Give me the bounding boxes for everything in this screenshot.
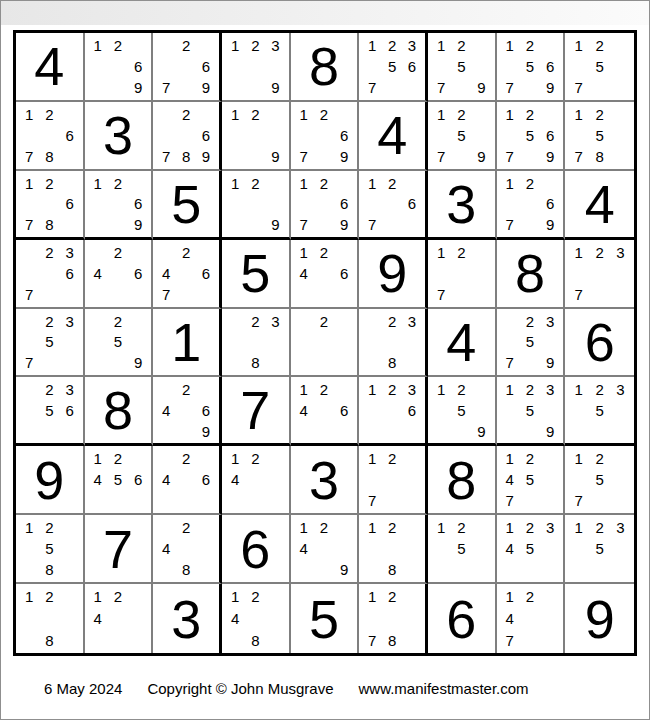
candidate-digit: 7 (362, 490, 382, 511)
candidate-digit: 5 (451, 56, 471, 77)
cell-r5c3[interactable]: 1 (153, 309, 222, 378)
candidate-digit: 2 (382, 517, 402, 538)
cell-r7c8[interactable]: 12457 (497, 446, 566, 515)
cell-r9c5[interactable]: 5 (291, 584, 360, 653)
cell-r5c1[interactable]: 2357 (16, 309, 85, 378)
candidate-digit: 6 (128, 263, 148, 284)
candidate-grid: 124 (222, 446, 289, 513)
candidate-digit: 2 (382, 586, 402, 608)
candidate-grid: 12345 (497, 515, 564, 582)
cell-r4c1[interactable]: 2367 (16, 240, 85, 309)
candidate-digit: 1 (225, 104, 245, 125)
solved-digit: 9 (377, 246, 407, 300)
solved-digit: 9 (585, 592, 615, 646)
candidate-digit: 2 (245, 35, 265, 56)
candidate-grid: 1278 (359, 584, 425, 653)
candidate-digit: 1 (568, 242, 589, 263)
candidate-digit: 8 (382, 559, 402, 580)
cell-r9c3[interactable]: 3 (153, 584, 222, 653)
candidate-digit: 1 (362, 586, 382, 608)
candidate-grid: 1246 (291, 377, 358, 443)
candidate-grid: 1237 (565, 240, 634, 307)
candidate-grid: 2469 (153, 377, 219, 443)
candidate-digit: 9 (334, 146, 354, 167)
candidate-digit: 2 (589, 35, 610, 56)
cell-r9c9[interactable]: 9 (565, 584, 634, 653)
candidate-grid: 1267 (359, 171, 425, 237)
candidate-digit: 4 (156, 400, 176, 421)
candidate-digit: 1 (294, 379, 314, 400)
candidate-digit: 6 (128, 56, 148, 77)
candidate-digit: 7 (500, 214, 520, 235)
candidate-digit: 2 (520, 311, 540, 332)
candidate-digit: 9 (196, 146, 216, 167)
candidate-digit: 5 (451, 400, 471, 421)
cell-r3c1[interactable]: 12678 (16, 171, 85, 240)
candidate-digit: 1 (500, 517, 520, 538)
candidate-digit: 1 (362, 448, 382, 469)
cell-r4c2[interactable]: 246 (85, 240, 154, 309)
cell-r2c8[interactable]: 125679 (497, 102, 566, 171)
cell-r4c3[interactable]: 2467 (153, 240, 222, 309)
candidate-digit: 1 (500, 448, 520, 469)
cell-r4c8[interactable]: 8 (497, 240, 566, 309)
cell-r1c6[interactable]: 123567 (359, 33, 428, 102)
candidate-grid: 2679 (153, 33, 219, 100)
candidate-grid: 1247 (497, 584, 564, 653)
cell-r6c9[interactable]: 1235 (565, 377, 634, 446)
candidate-digit: 1 (294, 242, 314, 263)
candidate-grid: 12457 (497, 446, 564, 513)
candidate-digit: 6 (196, 56, 216, 77)
footer: 6 May 2024 Copyright © John Musgrave www… (44, 680, 529, 697)
cell-r7c7[interactable]: 8 (428, 446, 497, 515)
header-band (1, 1, 649, 25)
cell-r9c2[interactable]: 124 (85, 584, 154, 653)
candidate-digit: 2 (520, 517, 540, 538)
candidate-digit: 1 (294, 173, 314, 194)
candidate-digit: 7 (19, 214, 39, 235)
candidate-digit: 5 (589, 538, 610, 559)
candidate-digit: 2 (39, 311, 59, 332)
candidate-digit: 4 (156, 469, 176, 490)
candidate-grid: 1249 (291, 515, 358, 582)
candidate-digit: 3 (59, 311, 79, 332)
cell-r3c3[interactable]: 5 (153, 171, 222, 240)
candidate-grid: 125679 (497, 102, 564, 169)
candidate-digit: 9 (471, 146, 491, 167)
candidate-digit: 9 (196, 77, 216, 98)
candidate-grid: 246 (85, 240, 152, 307)
candidate-digit: 2 (176, 448, 196, 469)
cell-r5c9[interactable]: 6 (565, 309, 634, 378)
candidate-digit: 5 (589, 469, 610, 490)
candidate-digit: 8 (39, 214, 59, 235)
candidate-digit: 1 (294, 104, 314, 125)
candidate-digit: 2 (245, 448, 265, 469)
candidate-digit: 2 (245, 104, 265, 125)
candidate-digit: 6 (128, 193, 148, 214)
cell-r5c7[interactable]: 4 (428, 309, 497, 378)
cell-r5c8[interactable]: 23579 (497, 309, 566, 378)
candidate-digit: 6 (402, 56, 422, 77)
candidate-digit: 7 (431, 146, 451, 167)
candidate-digit: 2 (39, 379, 59, 400)
candidate-digit: 3 (402, 311, 422, 332)
candidate-digit: 1 (362, 379, 382, 400)
candidate-digit: 4 (500, 469, 520, 490)
cell-r1c7[interactable]: 12579 (428, 33, 497, 102)
candidate-grid: 2357 (16, 309, 83, 376)
candidate-digit: 9 (540, 421, 560, 442)
candidate-digit: 2 (108, 311, 128, 332)
cell-r2c2[interactable]: 3 (85, 102, 154, 171)
solved-digit: 6 (446, 592, 476, 646)
cell-r9c4[interactable]: 1248 (222, 584, 291, 653)
candidate-digit: 2 (520, 586, 540, 608)
cell-r7c6[interactable]: 127 (359, 446, 428, 515)
candidate-digit: 1 (362, 517, 382, 538)
candidate-digit: 3 (59, 242, 79, 263)
candidate-digit: 1 (362, 173, 382, 194)
cell-r8c2[interactable]: 7 (85, 515, 154, 584)
candidate-digit: 3 (402, 35, 422, 56)
candidate-digit: 8 (245, 352, 265, 373)
cell-r9c1[interactable]: 128 (16, 584, 85, 653)
cell-r3c8[interactable]: 12679 (497, 171, 566, 240)
candidate-digit: 1 (225, 448, 245, 469)
candidate-digit: 3 (265, 35, 285, 56)
candidate-grid: 12578 (565, 102, 634, 169)
cell-r7c9[interactable]: 1257 (565, 446, 634, 515)
candidate-digit: 6 (402, 193, 422, 214)
solved-digit: 4 (446, 315, 476, 369)
candidate-digit: 1 (500, 586, 520, 608)
candidate-digit: 6 (540, 193, 560, 214)
cell-r3c5[interactable]: 12679 (291, 171, 360, 240)
candidate-grid: 1246 (291, 240, 358, 307)
candidate-digit: 7 (568, 490, 589, 511)
candidate-digit: 2 (245, 311, 265, 332)
candidate-digit: 4 (225, 608, 245, 630)
candidate-grid: 2 (291, 309, 358, 376)
candidate-digit: 1 (88, 586, 108, 608)
candidate-grid: 1269 (85, 33, 152, 100)
cell-r8c3[interactable]: 248 (153, 515, 222, 584)
cell-r8c4[interactable]: 6 (222, 515, 291, 584)
cell-r2c7[interactable]: 12579 (428, 102, 497, 171)
candidate-digit: 7 (19, 146, 39, 167)
candidate-digit: 9 (334, 559, 354, 580)
candidate-grid: 125 (428, 515, 495, 582)
candidate-digit: 5 (589, 400, 610, 421)
solved-digit: 6 (240, 522, 270, 576)
solved-digit: 6 (585, 315, 615, 369)
footer-copyright: Copyright © John Musgrave (147, 680, 333, 697)
candidate-digit: 3 (610, 379, 631, 400)
candidate-digit: 4 (500, 538, 520, 559)
cell-r8c6[interactable]: 128 (359, 515, 428, 584)
cell-r6c5[interactable]: 1246 (291, 377, 360, 446)
candidate-digit: 7 (568, 284, 589, 305)
solved-digit: 9 (34, 453, 64, 507)
candidate-digit: 9 (334, 214, 354, 235)
candidate-digit: 9 (471, 77, 491, 98)
candidate-digit: 6 (334, 193, 354, 214)
candidate-digit: 3 (540, 517, 560, 538)
solved-digit: 7 (240, 383, 270, 437)
candidate-digit: 2 (451, 104, 471, 125)
candidate-digit: 2 (589, 517, 610, 538)
candidate-digit: 9 (540, 77, 560, 98)
candidate-digit: 7 (568, 146, 589, 167)
cell-r2c1[interactable]: 12678 (16, 102, 85, 171)
candidate-digit: 2 (382, 379, 402, 400)
candidate-digit: 5 (520, 125, 540, 146)
candidate-grid: 128 (16, 584, 83, 653)
candidate-digit: 9 (128, 214, 148, 235)
cell-r6c6[interactable]: 1236 (359, 377, 428, 446)
candidate-digit: 8 (39, 559, 59, 580)
candidate-digit: 2 (176, 242, 196, 263)
cell-r6c3[interactable]: 2469 (153, 377, 222, 446)
candidate-digit: 2 (451, 35, 471, 56)
cell-r6c4[interactable]: 7 (222, 377, 291, 446)
candidate-grid: 2467 (153, 240, 219, 307)
solved-digit: 3 (309, 453, 339, 507)
solved-digit: 8 (103, 383, 133, 437)
candidate-digit: 1 (225, 35, 245, 56)
cell-r2c4[interactable]: 129 (222, 102, 291, 171)
candidate-grid: 12679 (291, 102, 358, 169)
candidate-digit: 2 (520, 448, 540, 469)
candidate-digit: 7 (431, 77, 451, 98)
cell-r2c3[interactable]: 26789 (153, 102, 222, 171)
candidate-grid: 1239 (222, 33, 289, 100)
candidate-grid: 129 (222, 102, 289, 169)
candidate-digit: 7 (294, 146, 314, 167)
candidate-digit: 7 (431, 284, 451, 305)
candidate-digit: 2 (39, 517, 59, 538)
candidate-digit: 2 (451, 379, 471, 400)
candidate-digit: 7 (19, 352, 39, 373)
candidate-digit: 2 (314, 517, 334, 538)
cell-r1c1[interactable]: 4 (16, 33, 85, 102)
cell-r4c9[interactable]: 1237 (565, 240, 634, 309)
candidate-digit: 7 (156, 284, 176, 305)
candidate-digit: 3 (610, 242, 631, 263)
candidate-digit: 8 (245, 629, 265, 651)
candidate-digit: 1 (431, 379, 451, 400)
cell-r7c4[interactable]: 124 (222, 446, 291, 515)
candidate-digit: 2 (39, 586, 59, 608)
cell-r2c5[interactable]: 12679 (291, 102, 360, 171)
candidate-grid: 1257 (565, 446, 634, 513)
candidate-grid: 12579 (428, 33, 495, 100)
candidate-digit: 7 (362, 214, 382, 235)
candidate-digit: 2 (589, 448, 610, 469)
candidate-digit: 7 (19, 284, 39, 305)
candidate-digit: 8 (39, 629, 59, 651)
candidate-grid: 259 (85, 309, 152, 376)
candidate-digit: 6 (540, 125, 560, 146)
candidate-digit: 2 (314, 104, 334, 125)
cell-r1c9[interactable]: 1257 (565, 33, 634, 102)
candidate-digit: 4 (88, 608, 108, 630)
candidate-digit: 4 (88, 469, 108, 490)
solved-digit: 8 (446, 453, 476, 507)
solved-digit: 4 (34, 39, 64, 93)
candidate-grid: 129 (222, 171, 289, 237)
candidate-digit: 2 (520, 35, 540, 56)
cell-r8c1[interactable]: 1258 (16, 515, 85, 584)
candidate-digit: 2 (176, 35, 196, 56)
cell-r7c5[interactable]: 3 (291, 446, 360, 515)
candidate-digit: 3 (540, 379, 560, 400)
solved-digit: 3 (171, 592, 201, 646)
solved-digit: 5 (240, 246, 270, 300)
candidate-digit: 8 (176, 559, 196, 580)
cell-r1c5[interactable]: 8 (291, 33, 360, 102)
cell-r8c5[interactable]: 1249 (291, 515, 360, 584)
candidate-digit: 2 (108, 586, 128, 608)
cell-r3c9[interactable]: 4 (565, 171, 634, 240)
candidate-digit: 6 (196, 125, 216, 146)
candidate-digit: 2 (108, 173, 128, 194)
candidate-digit: 5 (520, 469, 540, 490)
candidate-digit: 2 (314, 173, 334, 194)
candidate-digit: 2 (520, 379, 540, 400)
cell-r5c4[interactable]: 238 (222, 309, 291, 378)
cell-r3c4[interactable]: 129 (222, 171, 291, 240)
candidate-grid: 12579 (428, 102, 495, 169)
candidate-digit: 5 (589, 56, 610, 77)
candidate-digit: 1 (88, 448, 108, 469)
solved-digit: 3 (103, 108, 133, 162)
candidate-digit: 9 (471, 421, 491, 442)
solved-digit: 8 (309, 39, 339, 93)
candidate-grid: 1235 (565, 515, 634, 582)
footer-url: www.manifestmaster.com (359, 680, 529, 697)
cell-r8c9[interactable]: 1235 (565, 515, 634, 584)
candidate-digit: 2 (314, 379, 334, 400)
solved-digit: 5 (171, 177, 201, 231)
candidate-digit: 1 (19, 104, 39, 125)
candidate-digit: 2 (245, 586, 265, 608)
cell-r7c1[interactable]: 9 (16, 446, 85, 515)
candidate-grid: 12679 (291, 171, 358, 237)
cell-r6c2[interactable]: 8 (85, 377, 154, 446)
candidate-digit: 2 (314, 311, 334, 332)
candidate-digit: 2 (39, 173, 59, 194)
cell-r4c4[interactable]: 5 (222, 240, 291, 309)
candidate-digit: 1 (431, 242, 451, 263)
candidate-grid: 128 (359, 515, 425, 582)
candidate-digit: 2 (451, 242, 471, 263)
cell-r9c6[interactable]: 1278 (359, 584, 428, 653)
candidate-digit: 1 (431, 104, 451, 125)
candidate-digit: 6 (334, 263, 354, 284)
candidate-digit: 2 (451, 517, 471, 538)
solved-digit: 1 (171, 315, 201, 369)
candidate-digit: 1 (568, 379, 589, 400)
candidate-digit: 2 (382, 173, 402, 194)
cell-r9c7[interactable]: 6 (428, 584, 497, 653)
candidate-digit: 6 (196, 263, 216, 284)
candidate-digit: 3 (540, 311, 560, 332)
candidate-digit: 2 (108, 35, 128, 56)
cell-r8c8[interactable]: 12345 (497, 515, 566, 584)
solved-digit: 4 (585, 177, 615, 231)
candidate-digit: 9 (540, 214, 560, 235)
cell-r3c2[interactable]: 1269 (85, 171, 154, 240)
cell-r7c3[interactable]: 246 (153, 446, 222, 515)
candidate-grid: 1236 (359, 377, 425, 443)
cell-r5c6[interactable]: 238 (359, 309, 428, 378)
candidate-grid: 1235 (565, 377, 634, 443)
candidate-digit: 4 (500, 608, 520, 630)
cell-r7c2[interactable]: 12456 (85, 446, 154, 515)
cell-r6c7[interactable]: 1259 (428, 377, 497, 446)
cell-r2c9[interactable]: 12578 (565, 102, 634, 171)
candidate-digit: 8 (589, 146, 610, 167)
candidate-grid: 1269 (85, 171, 152, 237)
candidate-digit: 9 (540, 146, 560, 167)
cell-r6c8[interactable]: 12359 (497, 377, 566, 446)
cell-r3c6[interactable]: 1267 (359, 171, 428, 240)
candidate-digit: 6 (59, 193, 79, 214)
candidate-digit: 4 (88, 263, 108, 284)
candidate-grid: 12456 (85, 446, 152, 513)
candidate-digit: 9 (196, 421, 216, 442)
candidate-digit: 4 (294, 263, 314, 284)
candidate-digit: 7 (568, 77, 589, 98)
candidate-digit: 1 (500, 379, 520, 400)
cell-r5c5[interactable]: 2 (291, 309, 360, 378)
candidate-digit: 2 (589, 379, 610, 400)
candidate-digit: 1 (362, 35, 382, 56)
candidate-digit: 5 (382, 56, 402, 77)
cell-r4c7[interactable]: 127 (428, 240, 497, 309)
cell-r3c7[interactable]: 3 (428, 171, 497, 240)
candidate-digit: 4 (294, 400, 314, 421)
candidate-digit: 6 (59, 125, 79, 146)
cell-r4c5[interactable]: 1246 (291, 240, 360, 309)
candidate-digit: 8 (39, 146, 59, 167)
cell-r4c6[interactable]: 9 (359, 240, 428, 309)
candidate-digit: 3 (610, 517, 631, 538)
cell-r1c8[interactable]: 125679 (497, 33, 566, 102)
candidate-digit: 1 (88, 173, 108, 194)
candidate-digit: 2 (382, 448, 402, 469)
candidate-grid: 248 (153, 515, 219, 582)
cell-r9c8[interactable]: 1247 (497, 584, 566, 653)
candidate-digit: 9 (540, 352, 560, 373)
candidate-grid: 12678 (16, 171, 83, 237)
cell-r1c4[interactable]: 1239 (222, 33, 291, 102)
cell-r6c1[interactable]: 2356 (16, 377, 85, 446)
cell-r2c6[interactable]: 4 (359, 102, 428, 171)
cell-r5c2[interactable]: 259 (85, 309, 154, 378)
candidate-digit: 2 (382, 311, 402, 332)
cell-r1c2[interactable]: 1269 (85, 33, 154, 102)
cell-r8c7[interactable]: 125 (428, 515, 497, 584)
candidate-digit: 6 (334, 400, 354, 421)
candidate-digit: 3 (265, 311, 285, 332)
cell-r1c3[interactable]: 2679 (153, 33, 222, 102)
candidate-grid: 2367 (16, 240, 83, 307)
candidate-digit: 7 (500, 146, 520, 167)
